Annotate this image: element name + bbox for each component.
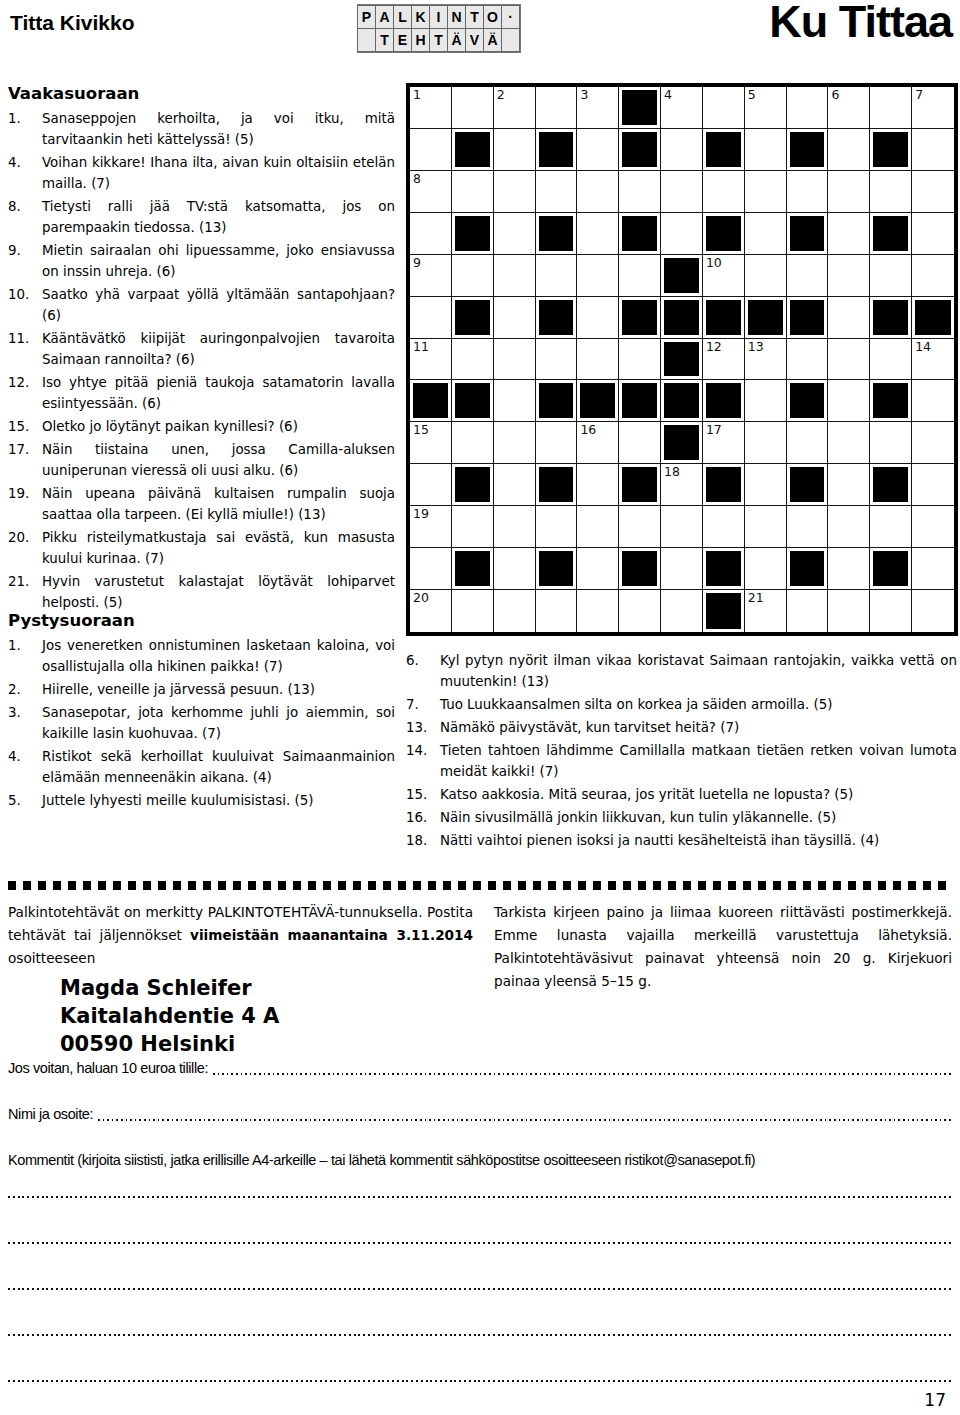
grid-cell[interactable] — [745, 129, 787, 171]
logo-letter-cell: L — [393, 5, 412, 29]
black-cell — [745, 297, 787, 339]
grid-cell[interactable] — [912, 213, 954, 255]
clue-number: 21 — [748, 590, 764, 605]
grid-cell[interactable] — [494, 339, 536, 381]
clue-number: 2 — [497, 87, 505, 102]
grid-cell[interactable] — [828, 464, 870, 506]
grid-cell[interactable]: 18 — [661, 464, 703, 506]
black-cell — [536, 548, 578, 590]
logo-empty-cell — [357, 28, 376, 52]
logo-letter-cell: K — [411, 5, 430, 29]
clue-item-number: 15. — [8, 416, 42, 437]
grid-cell[interactable] — [494, 297, 536, 339]
black-cell — [787, 213, 829, 255]
clue-item-number: 19. — [8, 483, 42, 525]
clue-number: 17 — [706, 422, 722, 437]
grid-cell[interactable] — [787, 87, 829, 129]
grid-cell[interactable] — [745, 255, 787, 297]
grid-cell[interactable] — [661, 213, 703, 255]
grid-cell[interactable] — [494, 380, 536, 422]
logo-letter-cell: Ä — [483, 28, 502, 52]
grid-cell[interactable]: 19 — [410, 506, 452, 548]
grid-cell[interactable]: 8 — [410, 171, 452, 213]
clue-number: 5 — [748, 87, 756, 102]
grid-cell[interactable] — [494, 590, 536, 632]
grid-cell[interactable] — [745, 380, 787, 422]
grid-cell[interactable] — [452, 422, 494, 464]
clue-number: 10 — [706, 255, 722, 270]
grid-cell[interactable] — [828, 506, 870, 548]
grid-cell[interactable] — [703, 87, 745, 129]
black-cell — [452, 297, 494, 339]
black-cell — [787, 380, 829, 422]
black-cell — [619, 297, 661, 339]
clue-item: 1.Sanaseppojen kerhoilta, ja voi itku, m… — [8, 108, 395, 150]
down-clues-section: Pystysuoraan 1.Jos veneretken onnistumin… — [8, 611, 395, 813]
clue-item-number: 13. — [406, 717, 440, 738]
grid-cell[interactable] — [410, 297, 452, 339]
logo-letter-cell: Ä — [447, 28, 466, 52]
grid-cell[interactable]: 4 — [661, 87, 703, 129]
grid-cell[interactable] — [577, 506, 619, 548]
grid-cell[interactable] — [828, 213, 870, 255]
grid-cell[interactable]: 20 — [410, 590, 452, 632]
grid-cell[interactable] — [494, 255, 536, 297]
grid-cell[interactable] — [494, 171, 536, 213]
clue-item-text: Katso aakkosia. Mitä seuraa, jos yrität … — [440, 784, 957, 805]
grid-cell[interactable]: 3 — [577, 87, 619, 129]
clue-item-text: Sanaseppojen kerhoilta, ja voi itku, mit… — [42, 108, 395, 150]
grid-cell[interactable] — [661, 129, 703, 171]
name-address-row: Nimi ja osoite: — [8, 1106, 952, 1122]
black-cell — [536, 464, 578, 506]
black-cell — [703, 464, 745, 506]
mailing-deadline: viimeistään maanantaina 3.11.2014 — [190, 927, 473, 943]
black-cell — [536, 297, 578, 339]
black-cell — [870, 213, 912, 255]
clue-item: 14.Tieten tahtoen lähdimme Camillalla ma… — [406, 740, 957, 782]
clue-number: 7 — [915, 87, 923, 102]
grid-cell[interactable] — [577, 339, 619, 381]
grid-cell[interactable] — [787, 506, 829, 548]
grid-cell[interactable] — [870, 171, 912, 213]
clue-item-number: 7. — [406, 694, 440, 715]
clue-item: 15.Oletko jo löytänyt paikan kynillesi? … — [8, 416, 395, 437]
grid-cell[interactable]: 1 — [410, 87, 452, 129]
grid-cell[interactable] — [787, 590, 829, 632]
grid-cell[interactable] — [828, 171, 870, 213]
comments-field-line[interactable] — [8, 1288, 952, 1290]
grid-cell[interactable]: 9 — [410, 255, 452, 297]
black-cell — [410, 380, 452, 422]
clue-item-number: 14. — [406, 740, 440, 782]
clue-item: 13.Nämäkö päivystävät, kun tarvitset hei… — [406, 717, 957, 738]
clue-item-number: 8. — [8, 196, 42, 238]
black-cell — [619, 380, 661, 422]
clue-item: 11.Kääntävätkö kiipijät auringonpalvojie… — [8, 328, 395, 370]
page-title: Ku Tittaa — [769, 0, 952, 48]
bank-account-field[interactable] — [213, 1060, 952, 1075]
clue-item-number: 5. — [8, 790, 42, 811]
grid-cell[interactable] — [870, 422, 912, 464]
black-cell — [661, 339, 703, 381]
clue-item-number: 1. — [8, 635, 42, 677]
clue-item-text: Juttele lyhyesti meille kuulumisistasi. … — [42, 790, 395, 811]
grid-cell[interactable] — [536, 590, 578, 632]
grid-cell[interactable] — [745, 171, 787, 213]
grid-cell[interactable] — [870, 339, 912, 381]
logo-letter-cell: E — [393, 28, 412, 52]
grid-cell[interactable]: 11 — [410, 339, 452, 381]
clue-item: 6.Kyl pytyn nyörit ilman vikaa koristava… — [406, 650, 957, 692]
clue-item: 4.Ristikot sekä kerhoillat kuuluivat Sai… — [8, 746, 395, 788]
clue-item-number: 15. — [406, 784, 440, 805]
comments-field-line[interactable] — [8, 1242, 952, 1244]
down-clue-list: 1.Jos veneretken onnistuminen lasketaan … — [8, 635, 395, 811]
grid-cell[interactable]: 16 — [577, 422, 619, 464]
grid-cell[interactable] — [828, 129, 870, 171]
black-cell — [870, 129, 912, 171]
black-cell — [787, 548, 829, 590]
across-clue-list: 1.Sanaseppojen kerhoilta, ja voi itku, m… — [8, 108, 395, 613]
below-grid-clue-list: 6.Kyl pytyn nyörit ilman vikaa koristava… — [406, 650, 957, 853]
grid-cell[interactable] — [494, 506, 536, 548]
clue-number: 1 — [413, 87, 421, 102]
grid-cell[interactable] — [828, 548, 870, 590]
grid-cell[interactable] — [745, 422, 787, 464]
clue-item: 15.Katso aakkosia. Mitä seuraa, jos yrit… — [406, 784, 957, 805]
grid-cell[interactable] — [494, 422, 536, 464]
logo-letter-cell: H — [411, 28, 430, 52]
black-cell — [452, 129, 494, 171]
logo-empty-cell — [501, 28, 520, 52]
logo-letter-cell: T — [465, 5, 484, 29]
grid-cell[interactable] — [619, 422, 661, 464]
bank-account-row: Jos voitan, haluan 10 euroa tilille: — [8, 1060, 952, 1076]
clue-item-number: 16. — [406, 807, 440, 828]
grid-cell[interactable]: 10 — [703, 255, 745, 297]
logo-row-top: PALKINTO· — [358, 5, 520, 29]
postal-address: Magda Schleifer Kaitalahdentie 4 A 00590… — [60, 974, 473, 1058]
grid-cell[interactable] — [828, 422, 870, 464]
grid-cell[interactable]: 15 — [410, 422, 452, 464]
address-name: Magda Schleifer — [60, 974, 473, 1002]
grid-cell[interactable] — [494, 464, 536, 506]
grid-cell[interactable] — [912, 380, 954, 422]
grid-cell[interactable] — [494, 548, 536, 590]
clue-item-text: Jos veneretken onnistuminen lasketaan ka… — [42, 635, 395, 677]
clue-item: 18.Nätti vaihtoi pienen isoksi ja nautti… — [406, 830, 957, 851]
black-cell — [661, 255, 703, 297]
clue-item-number: 10. — [8, 284, 42, 326]
black-cell — [577, 380, 619, 422]
across-heading: Vaakasuoraan — [8, 84, 395, 103]
clue-item-text: Oletko jo löytänyt paikan kynillesi? (6) — [42, 416, 395, 437]
clue-item-text: Näin upeana päivänä kultaisen rumpalin s… — [42, 483, 395, 525]
grid-cell[interactable] — [536, 506, 578, 548]
name-address-field[interactable] — [98, 1106, 952, 1121]
black-cell — [452, 213, 494, 255]
black-cell — [870, 548, 912, 590]
black-cell — [661, 380, 703, 422]
clue-item-number: 20. — [8, 527, 42, 569]
clue-item-text: Voihan kikkare! Ihana ilta, aivan kuin o… — [42, 152, 395, 194]
dotted-divider — [8, 881, 952, 890]
black-cell — [703, 213, 745, 255]
clue-item: 4.Voihan kikkare! Ihana ilta, aivan kuin… — [8, 152, 395, 194]
logo-letter-cell: · — [501, 5, 520, 29]
grid-cell[interactable] — [745, 464, 787, 506]
clue-number: 15 — [413, 422, 429, 437]
author-name: Titta Kivikko — [10, 11, 134, 35]
black-cell — [536, 380, 578, 422]
grid-cell[interactable] — [661, 171, 703, 213]
black-cell — [912, 297, 954, 339]
black-cell — [536, 129, 578, 171]
clue-item-text: Kääntävätkö kiipijät auringonpalvojien t… — [42, 328, 395, 370]
grid-cell[interactable] — [828, 380, 870, 422]
across-clues-section: Vaakasuoraan 1.Sanaseppojen kerhoilta, j… — [8, 84, 395, 615]
clue-number: 4 — [664, 87, 672, 102]
clue-item-number: 1. — [8, 108, 42, 150]
grid-cell[interactable] — [619, 255, 661, 297]
address-street: Kaitalahdentie 4 A — [60, 1002, 473, 1030]
logo-letter-cell: P — [357, 5, 376, 29]
grid-cell[interactable] — [452, 506, 494, 548]
clue-item: 21.Hyvin varustetut kalastajat löytävät … — [8, 571, 395, 613]
grid-cell[interactable] — [787, 339, 829, 381]
clue-item: 5.Juttele lyhyesti meille kuulumisistasi… — [8, 790, 395, 811]
grid-cell[interactable] — [912, 129, 954, 171]
grid-cell[interactable] — [912, 548, 954, 590]
clue-number: 16 — [580, 422, 596, 437]
grid-cell[interactable] — [619, 171, 661, 213]
clue-item-number: 4. — [8, 746, 42, 788]
postage-text: Tarkista kirjeen paino ja liimaa kuoreen… — [494, 901, 952, 993]
black-cell — [870, 464, 912, 506]
grid-cell[interactable] — [577, 590, 619, 632]
grid-cell[interactable]: 2 — [494, 87, 536, 129]
black-cell — [703, 380, 745, 422]
grid-cell[interactable]: 7 — [912, 87, 954, 129]
grid-cell[interactable] — [912, 506, 954, 548]
logo-row-bottom: TEHTÄVÄ — [358, 29, 520, 52]
grid-cell[interactable] — [745, 213, 787, 255]
grid-cell[interactable] — [536, 255, 578, 297]
black-cell — [661, 422, 703, 464]
grid-cell[interactable] — [410, 129, 452, 171]
grid-cell[interactable] — [870, 506, 912, 548]
grid-cell[interactable] — [536, 422, 578, 464]
clue-item-number: 18. — [406, 830, 440, 851]
black-cell — [452, 464, 494, 506]
black-cell — [619, 464, 661, 506]
clue-number: 12 — [706, 339, 722, 354]
black-cell — [619, 129, 661, 171]
clue-number: 8 — [413, 171, 421, 186]
grid-cell[interactable] — [828, 339, 870, 381]
clue-item: 12.Iso yhtye pitää pieniä taukoja satama… — [8, 372, 395, 414]
clue-item: 1.Jos veneretken onnistuminen lasketaan … — [8, 635, 395, 677]
grid-cell[interactable] — [577, 464, 619, 506]
grid-cell[interactable] — [577, 255, 619, 297]
clue-number: 14 — [915, 339, 931, 354]
comments-field-line[interactable] — [8, 1380, 952, 1382]
grid-cell[interactable] — [745, 506, 787, 548]
grid-cell[interactable] — [452, 590, 494, 632]
clue-number: 9 — [413, 255, 421, 270]
clue-item-number: 12. — [8, 372, 42, 414]
grid-cell[interactable] — [577, 213, 619, 255]
grid-cell[interactable] — [828, 297, 870, 339]
clue-item-text: Näin sivusilmällä jonkin liikkuvan, kun … — [440, 807, 957, 828]
clue-number: 3 — [580, 87, 588, 102]
grid-cell[interactable] — [912, 171, 954, 213]
page-number: 17 — [924, 1390, 946, 1410]
grid-cell[interactable] — [494, 129, 536, 171]
clue-item-text: Mietin sairaalan ohi lipuessamme, joko e… — [42, 240, 395, 282]
palkintotehtava-logo: PALKINTO· TEHTÄVÄ — [357, 4, 521, 53]
black-cell — [619, 213, 661, 255]
clue-item-text: Iso yhtye pitää pieniä taukoja satamator… — [42, 372, 395, 414]
grid-cell[interactable] — [828, 590, 870, 632]
black-cell — [787, 129, 829, 171]
grid-cell[interactable] — [912, 255, 954, 297]
clue-number: 20 — [413, 590, 429, 605]
grid-cell[interactable] — [661, 548, 703, 590]
logo-letter-cell: T — [375, 28, 394, 52]
grid-cell[interactable]: 21 — [745, 590, 787, 632]
grid-cell[interactable] — [661, 590, 703, 632]
grid-cell[interactable] — [619, 590, 661, 632]
logo-letter-cell: I — [429, 5, 448, 29]
grid-cell[interactable]: 14 — [912, 339, 954, 381]
clue-number: 18 — [664, 464, 680, 479]
bank-account-label: Jos voitan, haluan 10 euroa tilille: — [8, 1060, 208, 1076]
black-cell — [452, 380, 494, 422]
black-cell — [536, 213, 578, 255]
grid-cell[interactable] — [577, 297, 619, 339]
clue-item-text: Saatko yhä varpaat yöllä yltämään santap… — [42, 284, 395, 326]
grid-cell[interactable] — [787, 255, 829, 297]
grid-cell[interactable] — [577, 171, 619, 213]
grid-cell[interactable] — [703, 506, 745, 548]
clue-number: 19 — [413, 506, 429, 521]
clue-item-number: 6. — [406, 650, 440, 692]
clue-item-number: 9. — [8, 240, 42, 282]
clue-item-number: 21. — [8, 571, 42, 613]
black-cell — [787, 464, 829, 506]
grid-cell[interactable] — [452, 255, 494, 297]
grid-cell[interactable] — [745, 548, 787, 590]
grid-cell[interactable] — [452, 87, 494, 129]
clue-item-number: 11. — [8, 328, 42, 370]
black-cell — [703, 129, 745, 171]
grid-cell[interactable] — [870, 87, 912, 129]
postage-instructions: Tarkista kirjeen paino ja liimaa kuoreen… — [494, 901, 952, 993]
black-cell — [870, 297, 912, 339]
black-cell — [703, 548, 745, 590]
grid-cell[interactable] — [870, 255, 912, 297]
address-city: 00590 Helsinki — [60, 1030, 473, 1058]
grid-cell[interactable] — [536, 87, 578, 129]
grid-cell[interactable] — [410, 213, 452, 255]
grid-cell[interactable]: 6 — [828, 87, 870, 129]
comments-label: Kommentit (kirjoita siististi, jatka eri… — [8, 1152, 956, 1168]
clue-item-text: Tietysti ralli jää TV:stä katsomatta, jo… — [42, 196, 395, 238]
black-cell — [703, 297, 745, 339]
grid-cell[interactable] — [536, 339, 578, 381]
grid-cell[interactable]: 12 — [703, 339, 745, 381]
grid-cell[interactable] — [452, 171, 494, 213]
clue-item-number: 2. — [8, 679, 42, 700]
grid-cell[interactable] — [912, 464, 954, 506]
clue-item: 8.Tietysti ralli jää TV:stä katsomatta, … — [8, 196, 395, 238]
grid-cell[interactable] — [912, 422, 954, 464]
black-cell — [870, 380, 912, 422]
grid-cell[interactable]: 5 — [745, 87, 787, 129]
grid-cell[interactable] — [577, 129, 619, 171]
black-cell — [661, 297, 703, 339]
clue-item: 17.Näin tiistaina unen, jossa Camilla-al… — [8, 439, 395, 481]
clue-item: 19.Näin upeana päivänä kultaisen rumpali… — [8, 483, 395, 525]
grid-cell[interactable] — [870, 590, 912, 632]
grid-cell[interactable] — [912, 590, 954, 632]
clue-item: 9.Mietin sairaalan ohi lipuessamme, joko… — [8, 240, 395, 282]
clue-item: 10.Saatko yhä varpaat yöllä yltämään san… — [8, 284, 395, 326]
clue-item-text: Hiirelle, veneille ja järvessä pesuun. (… — [42, 679, 395, 700]
grid-cell[interactable] — [703, 171, 745, 213]
clue-item-text: Sanasepotar, jota kerhomme juhli jo aiem… — [42, 702, 395, 744]
mailing-text-post: osoitteeseen — [8, 950, 95, 966]
down-heading: Pystysuoraan — [8, 611, 395, 630]
grid-cell[interactable] — [494, 213, 536, 255]
clue-item-text: Tieten tahtoen lähdimme Camillalla matka… — [440, 740, 957, 782]
logo-letter-cell: N — [447, 5, 466, 29]
comments-field-line[interactable] — [8, 1196, 952, 1198]
grid-cell[interactable] — [536, 171, 578, 213]
clue-number: 6 — [831, 87, 839, 102]
clue-item-text: Pikku risteilymatkustaja sai evästä, kun… — [42, 527, 395, 569]
comments-field-line[interactable] — [8, 1334, 952, 1336]
clue-number: 13 — [748, 339, 764, 354]
clue-item-number: 4. — [8, 152, 42, 194]
clue-item: 20.Pikku risteilymatkustaja sai evästä, … — [8, 527, 395, 569]
name-address-label: Nimi ja osoite: — [8, 1106, 93, 1122]
logo-letter-cell: O — [483, 5, 502, 29]
clue-item-text: Ristikot sekä kerhoillat kuuluivat Saima… — [42, 746, 395, 788]
grid-cell[interactable] — [661, 506, 703, 548]
grid-cell[interactable] — [619, 506, 661, 548]
clue-number: 11 — [413, 339, 429, 354]
grid-cell[interactable] — [410, 464, 452, 506]
grid-cell[interactable] — [577, 548, 619, 590]
grid-cell[interactable] — [410, 548, 452, 590]
grid-cell[interactable]: 17 — [703, 422, 745, 464]
mailing-instructions: Palkintotehtävät on merkitty PALKINTOTEH… — [8, 901, 473, 1058]
clue-item: 2.Hiirelle, veneille ja järvessä pesuun.… — [8, 679, 395, 700]
logo-letter-cell: V — [465, 28, 484, 52]
grid-cell[interactable] — [787, 422, 829, 464]
grid-cell[interactable] — [787, 171, 829, 213]
clue-item-number: 3. — [8, 702, 42, 744]
crossword-grid: 123456789101112131415161718192021 — [406, 83, 958, 636]
grid-cell[interactable] — [452, 339, 494, 381]
grid-cell[interactable] — [828, 255, 870, 297]
grid-cell[interactable]: 13 — [745, 339, 787, 381]
clue-item: 16.Näin sivusilmällä jonkin liikkuvan, k… — [406, 807, 957, 828]
grid-cell[interactable] — [619, 339, 661, 381]
